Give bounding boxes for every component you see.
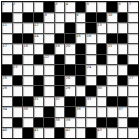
cell-r5c10[interactable]: [107, 55, 117, 65]
crossword-board: 1234567891011121314151617181920212223242…: [1, 1, 139, 139]
block-cell-r9c1: [13, 97, 23, 107]
block-cell-r5c1: [13, 55, 23, 65]
cell-r3c0[interactable]: [2, 34, 12, 44]
cell-r2c5[interactable]: [55, 23, 65, 33]
cell-r7c4[interactable]: [44, 76, 54, 86]
clue-number: 39: [66, 118, 70, 122]
cell-r10c9[interactable]: [97, 107, 107, 117]
block-cell-r3c2: [23, 34, 33, 44]
clue-number: 18: [24, 44, 28, 48]
cell-r10c12[interactable]: [128, 107, 138, 117]
block-cell-r11c10: [107, 118, 117, 128]
cell-r12c12[interactable]: [128, 128, 138, 138]
block-cell-r10c4: [44, 107, 54, 117]
block-cell-r8c3: [34, 86, 44, 96]
clue-number: 23: [13, 65, 17, 69]
cell-r2c3[interactable]: 12: [34, 23, 44, 33]
cell-r3c8[interactable]: 16: [86, 34, 96, 44]
block-cell-r12c8: [86, 128, 96, 138]
block-cell-r6c12: [128, 65, 138, 75]
block-cell-r1c11: [118, 13, 128, 23]
cell-r1c10[interactable]: 10: [107, 13, 117, 23]
cell-r0c2[interactable]: [23, 2, 33, 12]
cell-r10c5[interactable]: [55, 107, 65, 117]
clue-number: 12: [34, 23, 38, 27]
cell-r6c1[interactable]: 23: [13, 65, 23, 75]
clue-number: 20: [66, 44, 70, 48]
cell-r2c10[interactable]: [107, 23, 117, 33]
cell-r4c5[interactable]: 19: [55, 44, 65, 54]
cell-r10c3[interactable]: [34, 107, 44, 117]
block-cell-r9c6: [65, 97, 75, 107]
block-cell-r5c11: [118, 55, 128, 65]
block-cell-r8c8: [86, 86, 96, 96]
cell-r7c10[interactable]: [107, 76, 117, 86]
clue-number: 30: [97, 86, 101, 90]
cell-r9c8[interactable]: 33: [86, 97, 96, 107]
cell-r8c6[interactable]: 29: [65, 86, 75, 96]
block-cell-r3c5: [55, 34, 65, 44]
cell-r1c7[interactable]: 9: [76, 13, 86, 23]
block-cell-r6c0: [2, 65, 12, 75]
cell-r0c3[interactable]: [34, 2, 44, 12]
cell-r8c11[interactable]: [118, 86, 128, 96]
cell-r5c8[interactable]: [86, 55, 96, 65]
clue-number: 26: [66, 76, 70, 80]
block-cell-r7c1: [13, 76, 23, 86]
clue-number: 41: [34, 128, 38, 132]
cell-r10c11[interactable]: 37: [118, 107, 128, 117]
cell-r5c6[interactable]: [65, 55, 75, 65]
clue-number: 1: [3, 2, 5, 6]
cell-r11c0[interactable]: [2, 118, 12, 128]
block-cell-r7c3: [34, 76, 44, 86]
block-cell-r10c6: [65, 107, 75, 117]
clue-number: 14: [34, 34, 38, 38]
cell-r4c1[interactable]: [13, 44, 23, 54]
cell-r8c4[interactable]: [44, 86, 54, 96]
cell-r4c0[interactable]: 17: [2, 44, 12, 54]
cell-r8c0[interactable]: 28: [2, 86, 12, 96]
cell-r8c12[interactable]: [128, 86, 138, 96]
clue-number: 16: [87, 34, 91, 38]
clue-number: 4: [66, 2, 68, 6]
clue-number: 38: [55, 118, 59, 122]
block-cell-r11c4: [44, 118, 54, 128]
cell-r3c4[interactable]: [44, 34, 54, 44]
cell-r6c8[interactable]: 24: [86, 65, 96, 75]
cell-r11c7[interactable]: [76, 118, 86, 128]
block-cell-r1c2: [23, 13, 33, 23]
block-cell-r1c8: [86, 13, 96, 23]
cell-r10c0[interactable]: 34: [2, 107, 12, 117]
clue-number: 6: [118, 2, 120, 6]
cell-r11c5[interactable]: 38: [55, 118, 65, 128]
cell-r3c3[interactable]: 14: [34, 34, 44, 44]
cell-r9c0[interactable]: [2, 97, 12, 107]
block-cell-r9c2: [23, 97, 33, 107]
cell-r12c10[interactable]: [107, 128, 117, 138]
cell-r3c7[interactable]: 15: [76, 34, 86, 44]
block-cell-r7c7: [76, 76, 86, 86]
clue-number: 10: [108, 13, 112, 17]
cell-r6c2[interactable]: [23, 65, 33, 75]
block-cell-r9c11: [118, 97, 128, 107]
cell-r8c7[interactable]: [76, 86, 86, 96]
clue-number: 15: [76, 34, 80, 38]
clue-number: 31: [34, 97, 38, 101]
block-cell-r0c4: [44, 2, 54, 12]
cell-r0c5[interactable]: 3: [55, 2, 65, 12]
cell-r4c6[interactable]: 20: [65, 44, 75, 54]
cell-r12c9[interactable]: 43: [97, 128, 107, 138]
clue-number: 27: [129, 76, 133, 80]
block-cell-r5c5: [55, 55, 65, 65]
clue-number: 3: [55, 2, 57, 6]
cell-r1c4[interactable]: 8: [44, 13, 54, 23]
clue-number: 25: [3, 76, 7, 80]
cell-r0c12[interactable]: 7: [128, 2, 138, 12]
clue-number: 8: [45, 13, 47, 17]
cell-r7c6[interactable]: 26: [65, 76, 75, 86]
block-cell-r0c10: [107, 2, 117, 12]
cell-r6c10[interactable]: [107, 65, 117, 75]
cell-r6c11[interactable]: [118, 65, 128, 75]
cell-r7c0[interactable]: 25: [2, 76, 12, 86]
block-cell-r6c5: [55, 65, 65, 75]
cell-r4c11[interactable]: [118, 44, 128, 54]
cell-r2c4[interactable]: [44, 23, 54, 33]
clue-number: 28: [3, 86, 7, 90]
block-cell-r2c6: [65, 23, 75, 33]
clue-number: 33: [87, 97, 91, 101]
block-cell-r12c5: [55, 128, 65, 138]
cell-r1c6[interactable]: [65, 13, 75, 23]
block-cell-r7c5: [55, 76, 65, 86]
cell-r4c8[interactable]: [86, 44, 96, 54]
clue-number: 42: [66, 128, 70, 132]
block-cell-r5c7: [76, 55, 86, 65]
clue-number: 2: [13, 2, 15, 6]
block-cell-r7c11: [118, 76, 128, 86]
clue-number: 22: [45, 55, 49, 59]
cell-r8c2[interactable]: [23, 86, 33, 96]
cell-r10c7[interactable]: 36: [76, 107, 86, 117]
cell-r2c12[interactable]: [128, 23, 138, 33]
block-cell-r1c3: [34, 13, 44, 23]
clue-number: 37: [118, 107, 122, 111]
cell-r5c2[interactable]: [23, 55, 33, 65]
cell-r12c3[interactable]: 41: [34, 128, 44, 138]
cell-r10c2[interactable]: 35: [23, 107, 33, 117]
block-cell-r1c0: [2, 13, 12, 23]
clue-number: 32: [55, 97, 59, 101]
block-cell-r9c7: [76, 97, 86, 107]
clue-number: 17: [3, 44, 7, 48]
cell-r9c5[interactable]: 32: [55, 97, 65, 107]
cell-r1c1[interactable]: [13, 13, 23, 23]
clue-number: 9: [76, 13, 78, 17]
cell-r12c11[interactable]: [118, 128, 128, 138]
cell-r12c1[interactable]: [13, 128, 23, 138]
cell-r9c12[interactable]: [128, 97, 138, 107]
cell-r4c2[interactable]: 18: [23, 44, 33, 54]
cell-r12c7[interactable]: [76, 128, 86, 138]
block-cell-r4c7: [76, 44, 86, 54]
block-cell-r4c9: [97, 44, 107, 54]
cell-r6c4[interactable]: [44, 65, 54, 75]
cell-r10c1[interactable]: [13, 107, 23, 117]
cell-r2c0[interactable]: 11: [2, 23, 12, 33]
clue-number: 34: [3, 107, 7, 111]
cell-r12c6[interactable]: 42: [65, 128, 75, 138]
block-cell-r11c1: [13, 118, 23, 128]
block-cell-r12c2: [23, 128, 33, 138]
cell-r7c8[interactable]: [86, 76, 96, 86]
cell-r1c5[interactable]: [55, 13, 65, 23]
cell-r5c12[interactable]: [128, 55, 138, 65]
block-cell-r6c6: [65, 65, 75, 75]
cell-r2c7[interactable]: [76, 23, 86, 33]
clue-number: 21: [108, 44, 112, 48]
cell-r0c8[interactable]: 5: [86, 2, 96, 12]
cell-r11c8[interactable]: [86, 118, 96, 128]
cell-r6c3[interactable]: [34, 65, 44, 75]
block-cell-r5c9: [97, 55, 107, 65]
cell-r9c9[interactable]: [97, 97, 107, 107]
block-cell-r3c10: [107, 34, 117, 44]
cell-r9c4[interactable]: [44, 97, 54, 107]
cell-r4c10[interactable]: 21: [107, 44, 117, 54]
cell-r2c9[interactable]: 13: [97, 23, 107, 33]
block-cell-r3c11: [118, 34, 128, 44]
block-cell-r11c9: [97, 118, 107, 128]
clue-number: 13: [97, 23, 101, 27]
clue-number: 40: [3, 128, 7, 132]
cell-r7c12[interactable]: 27: [128, 76, 138, 86]
cell-r5c4[interactable]: 22: [44, 55, 54, 65]
cell-r12c0[interactable]: 40: [2, 128, 12, 138]
cell-r0c1[interactable]: 2: [13, 2, 23, 12]
block-cell-r4c4: [44, 44, 54, 54]
cell-r2c1[interactable]: [13, 23, 23, 33]
clue-number: 35: [24, 107, 28, 111]
cell-r8c10[interactable]: [107, 86, 117, 96]
cell-r4c3[interactable]: [34, 44, 44, 54]
clue-number: 11: [3, 23, 7, 27]
cell-r3c9[interactable]: [97, 34, 107, 44]
cell-r4c12[interactable]: [128, 44, 138, 54]
block-cell-r6c7: [76, 65, 86, 75]
clue-number: 36: [76, 107, 80, 111]
cell-r2c2[interactable]: [23, 23, 33, 33]
cell-r2c11[interactable]: [118, 23, 128, 33]
cell-r9c3[interactable]: 31: [34, 97, 44, 107]
clue-number: 7: [129, 2, 131, 6]
cell-r3c12[interactable]: [128, 34, 138, 44]
clue-number: 5: [87, 2, 89, 6]
cell-r7c2[interactable]: [23, 76, 33, 86]
cell-r5c0[interactable]: [2, 55, 12, 65]
block-cell-r5c3: [34, 55, 44, 65]
clue-number: 24: [87, 65, 91, 69]
cell-r1c12[interactable]: [128, 13, 138, 23]
cell-r10c10[interactable]: [107, 107, 117, 117]
cell-r6c9[interactable]: [97, 65, 107, 75]
block-cell-r0c7: [76, 2, 86, 12]
cell-r0c6[interactable]: 4: [65, 2, 75, 12]
block-cell-r7c9: [97, 76, 107, 86]
clue-number: 29: [66, 86, 70, 90]
block-cell-r3c6: [65, 34, 75, 44]
cell-r11c2[interactable]: [23, 118, 33, 128]
block-cell-r2c8: [86, 23, 96, 33]
cell-r0c9[interactable]: [97, 2, 107, 12]
cell-r8c1[interactable]: [13, 86, 23, 96]
cell-r10c8[interactable]: [86, 107, 96, 117]
block-cell-r11c3: [34, 118, 44, 128]
cell-r11c11[interactable]: [118, 118, 128, 128]
crossword-page: 1234567891011121314151617181920212223242…: [0, 0, 140, 140]
cell-r12c4[interactable]: [44, 128, 54, 138]
block-cell-r11c12: [128, 118, 138, 128]
block-cell-r1c9: [97, 13, 107, 23]
clue-number: 43: [97, 128, 101, 132]
cell-r0c0[interactable]: 1: [2, 2, 12, 12]
block-cell-r9c10: [107, 97, 117, 107]
cell-r8c9[interactable]: 30: [97, 86, 107, 96]
cell-r0c11[interactable]: 6: [118, 2, 128, 12]
clue-number: 19: [55, 44, 59, 48]
cell-r11c6[interactable]: 39: [65, 118, 75, 128]
block-cell-r3c1: [13, 34, 23, 44]
block-cell-r8c5: [55, 86, 65, 96]
